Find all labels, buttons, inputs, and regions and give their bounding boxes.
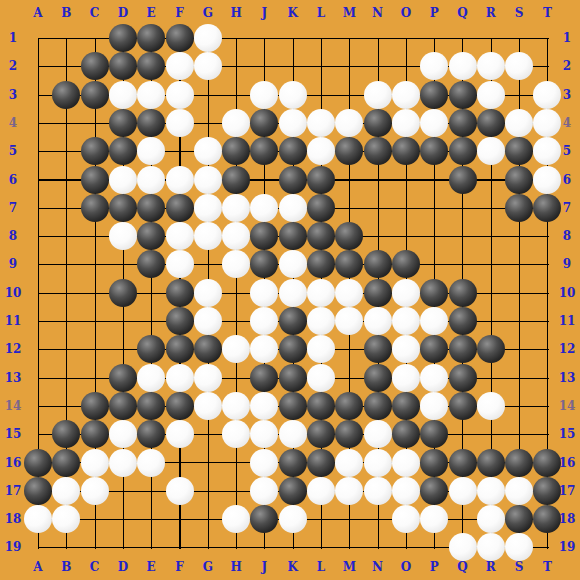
stone-D7-black xyxy=(109,194,137,222)
stone-F15-white xyxy=(166,420,194,448)
stone-G13-white xyxy=(194,364,222,392)
stone-K6-black xyxy=(279,166,307,194)
stone-K16-black xyxy=(279,449,307,477)
stone-H5-black xyxy=(222,137,250,165)
stone-M4-white xyxy=(335,109,363,137)
stone-H18-white xyxy=(222,505,250,533)
stone-F6-white xyxy=(166,166,194,194)
stone-S16-black xyxy=(505,449,533,477)
col-label-O: O xyxy=(401,561,411,573)
col-label-F: F xyxy=(175,561,184,573)
stone-M16-white xyxy=(335,449,363,477)
row-label-3: 3 xyxy=(9,89,17,101)
stone-T16-black xyxy=(533,449,561,477)
stone-H6-black xyxy=(222,166,250,194)
row-label-19: 19 xyxy=(5,541,22,553)
stone-T7-black xyxy=(533,194,561,222)
stone-N4-black xyxy=(364,109,392,137)
stone-H14-white xyxy=(222,392,250,420)
stone-N3-white xyxy=(364,81,392,109)
stone-D1-black xyxy=(109,24,137,52)
stone-Q17-white xyxy=(449,477,477,505)
stone-O17-white xyxy=(392,477,420,505)
stone-E6-white xyxy=(137,166,165,194)
stone-G14-white xyxy=(194,392,222,420)
stone-O11-white xyxy=(392,307,420,335)
stone-R17-white xyxy=(477,477,505,505)
row-label-2: 2 xyxy=(9,60,17,72)
stone-L5-white xyxy=(307,137,335,165)
stone-H12-white xyxy=(222,335,250,363)
stone-R2-white xyxy=(477,52,505,80)
col-label-A: A xyxy=(33,561,42,573)
row-label-19: 19 xyxy=(559,541,576,553)
stone-Q11-black xyxy=(449,307,477,335)
stone-Q4-black xyxy=(449,109,477,137)
stone-P17-black xyxy=(420,477,448,505)
stone-N15-white xyxy=(364,420,392,448)
stone-Q3-black xyxy=(449,81,477,109)
stone-J13-black xyxy=(250,364,278,392)
stone-K3-white xyxy=(279,81,307,109)
stone-D16-white xyxy=(109,449,137,477)
col-label-E: E xyxy=(147,7,156,19)
stone-M9-black xyxy=(335,250,363,278)
stone-G7-white xyxy=(194,194,222,222)
stone-J10-white xyxy=(250,279,278,307)
stone-O12-white xyxy=(392,335,420,363)
stone-N10-black xyxy=(364,279,392,307)
col-label-T: T xyxy=(543,7,552,19)
stone-M5-black xyxy=(335,137,363,165)
stone-J3-white xyxy=(250,81,278,109)
stone-R3-white xyxy=(477,81,505,109)
col-label-S: S xyxy=(515,7,524,19)
stone-O5-black xyxy=(392,137,420,165)
row-label-16: 16 xyxy=(5,457,22,469)
col-label-D: D xyxy=(118,7,128,19)
stone-S6-black xyxy=(505,166,533,194)
col-label-L: L xyxy=(317,7,325,19)
row-label-18: 18 xyxy=(5,513,22,525)
stone-M8-black xyxy=(335,222,363,250)
go-board[interactable]: AABBCCDDEEFFGGHHJJKKLLMMNNOOPPQQRRSSTT11… xyxy=(0,0,580,580)
row-label-6: 6 xyxy=(563,174,571,186)
stone-P14-white xyxy=(420,392,448,420)
row-label-8: 8 xyxy=(9,230,17,242)
stone-J15-white xyxy=(250,420,278,448)
stone-L17-white xyxy=(307,477,335,505)
stone-D3-white xyxy=(109,81,137,109)
stone-P3-black xyxy=(420,81,448,109)
stone-C3-black xyxy=(81,81,109,109)
row-label-17: 17 xyxy=(5,485,22,497)
stone-E13-white xyxy=(137,364,165,392)
stone-Q12-black xyxy=(449,335,477,363)
stone-E2-black xyxy=(137,52,165,80)
stone-R16-black xyxy=(477,449,505,477)
col-label-J: J xyxy=(262,7,268,19)
col-label-M: M xyxy=(343,561,356,573)
stone-S5-black xyxy=(505,137,533,165)
col-label-K: K xyxy=(287,561,297,573)
stone-D2-black xyxy=(109,52,137,80)
stone-P18-white xyxy=(420,505,448,533)
stone-H15-white xyxy=(222,420,250,448)
stone-C17-white xyxy=(81,477,109,505)
stone-N9-black xyxy=(364,250,392,278)
stone-C2-black xyxy=(81,52,109,80)
stone-Q5-black xyxy=(449,137,477,165)
stone-C14-black xyxy=(81,392,109,420)
stone-D4-black xyxy=(109,109,137,137)
row-label-1: 1 xyxy=(563,32,571,44)
row-label-5: 5 xyxy=(9,145,17,157)
row-label-12: 12 xyxy=(5,343,22,355)
stone-F1-black xyxy=(166,24,194,52)
stone-T4-white xyxy=(533,109,561,137)
stone-L15-black xyxy=(307,420,335,448)
row-label-8: 8 xyxy=(563,230,571,242)
stone-A18-white xyxy=(24,505,52,533)
stone-F12-black xyxy=(166,335,194,363)
stone-P11-white xyxy=(420,307,448,335)
stone-F14-black xyxy=(166,392,194,420)
col-label-D: D xyxy=(118,561,128,573)
stone-Q19-white xyxy=(449,533,477,561)
row-label-14: 14 xyxy=(5,400,22,412)
col-label-L: L xyxy=(317,561,325,573)
stone-J8-black xyxy=(250,222,278,250)
col-label-C: C xyxy=(90,561,100,573)
stone-G8-white xyxy=(194,222,222,250)
row-label-7: 7 xyxy=(563,202,571,214)
col-label-P: P xyxy=(430,7,439,19)
stone-H4-white xyxy=(222,109,250,137)
stone-O16-white xyxy=(392,449,420,477)
stone-E5-white xyxy=(137,137,165,165)
stone-J18-black xyxy=(250,505,278,533)
row-label-13: 13 xyxy=(559,372,576,384)
stone-H7-white xyxy=(222,194,250,222)
stone-K13-black xyxy=(279,364,307,392)
row-label-10: 10 xyxy=(559,287,576,299)
stone-M11-white xyxy=(335,307,363,335)
col-label-B: B xyxy=(61,561,71,573)
stone-S2-white xyxy=(505,52,533,80)
stone-G11-white xyxy=(194,307,222,335)
stone-L7-black xyxy=(307,194,335,222)
stone-M15-black xyxy=(335,420,363,448)
col-label-A: A xyxy=(33,7,42,19)
stone-S4-white xyxy=(505,109,533,137)
row-label-4: 4 xyxy=(9,117,17,129)
stone-O15-black xyxy=(392,420,420,448)
stone-G5-white xyxy=(194,137,222,165)
stone-J4-black xyxy=(250,109,278,137)
stone-M10-white xyxy=(335,279,363,307)
stone-L10-white xyxy=(307,279,335,307)
stone-F9-white xyxy=(166,250,194,278)
stone-P12-black xyxy=(420,335,448,363)
stone-S17-white xyxy=(505,477,533,505)
stone-K14-black xyxy=(279,392,307,420)
stone-E1-black xyxy=(137,24,165,52)
stone-L12-white xyxy=(307,335,335,363)
stone-F3-white xyxy=(166,81,194,109)
col-label-F: F xyxy=(175,7,184,19)
stone-C6-black xyxy=(81,166,109,194)
col-label-K: K xyxy=(287,7,297,19)
stone-S7-black xyxy=(505,194,533,222)
stone-E9-black xyxy=(137,250,165,278)
stone-Q13-black xyxy=(449,364,477,392)
stone-Q2-white xyxy=(449,52,477,80)
stone-P2-white xyxy=(420,52,448,80)
stone-J9-black xyxy=(250,250,278,278)
col-label-T: T xyxy=(543,561,552,573)
stone-J17-white xyxy=(250,477,278,505)
stone-D14-black xyxy=(109,392,137,420)
stone-N14-black xyxy=(364,392,392,420)
stone-N12-black xyxy=(364,335,392,363)
stone-L9-black xyxy=(307,250,335,278)
col-label-E: E xyxy=(147,561,156,573)
stone-J5-black xyxy=(250,137,278,165)
stone-O10-white xyxy=(392,279,420,307)
col-label-R: R xyxy=(486,7,496,19)
stone-E16-white xyxy=(137,449,165,477)
stone-Q14-black xyxy=(449,392,477,420)
stone-P10-black xyxy=(420,279,448,307)
stone-O13-white xyxy=(392,364,420,392)
stone-P4-white xyxy=(420,109,448,137)
stone-G1-white xyxy=(194,24,222,52)
stone-D13-black xyxy=(109,364,137,392)
stone-Q6-black xyxy=(449,166,477,194)
row-label-6: 6 xyxy=(9,174,17,186)
stone-N11-white xyxy=(364,307,392,335)
stone-T3-white xyxy=(533,81,561,109)
stone-J12-white xyxy=(250,335,278,363)
stone-L13-white xyxy=(307,364,335,392)
stone-K18-white xyxy=(279,505,307,533)
col-label-H: H xyxy=(230,561,241,573)
col-label-G: G xyxy=(203,561,213,573)
row-label-11: 11 xyxy=(5,315,22,327)
stone-P15-black xyxy=(420,420,448,448)
stone-G12-black xyxy=(194,335,222,363)
stone-A17-black xyxy=(24,477,52,505)
stone-F4-white xyxy=(166,109,194,137)
stone-D15-white xyxy=(109,420,137,448)
stone-K7-white xyxy=(279,194,307,222)
stone-T18-black xyxy=(533,505,561,533)
col-label-N: N xyxy=(372,561,383,573)
col-label-R: R xyxy=(486,561,496,573)
stone-O9-black xyxy=(392,250,420,278)
row-label-2: 2 xyxy=(563,60,571,72)
stone-J11-white xyxy=(250,307,278,335)
stone-N5-black xyxy=(364,137,392,165)
stone-B3-black xyxy=(52,81,80,109)
row-label-7: 7 xyxy=(9,202,17,214)
stone-T6-white xyxy=(533,166,561,194)
stone-K10-white xyxy=(279,279,307,307)
col-label-P: P xyxy=(430,561,439,573)
stone-J7-white xyxy=(250,194,278,222)
row-label-4: 4 xyxy=(563,117,571,129)
stone-G6-white xyxy=(194,166,222,194)
stone-F11-black xyxy=(166,307,194,335)
stone-L4-white xyxy=(307,109,335,137)
stone-L11-white xyxy=(307,307,335,335)
stone-D8-white xyxy=(109,222,137,250)
stone-K4-white xyxy=(279,109,307,137)
stone-B16-black xyxy=(52,449,80,477)
stone-D6-white xyxy=(109,166,137,194)
stone-E15-black xyxy=(137,420,165,448)
stone-C16-white xyxy=(81,449,109,477)
stone-C15-black xyxy=(81,420,109,448)
stone-F8-white xyxy=(166,222,194,250)
stone-L14-black xyxy=(307,392,335,420)
stone-T5-white xyxy=(533,137,561,165)
row-label-15: 15 xyxy=(5,428,22,440)
col-label-G: G xyxy=(203,7,213,19)
stone-K9-white xyxy=(279,250,307,278)
col-label-C: C xyxy=(90,7,100,19)
stone-N17-white xyxy=(364,477,392,505)
stone-J16-white xyxy=(250,449,278,477)
row-label-15: 15 xyxy=(559,428,576,440)
stone-D5-black xyxy=(109,137,137,165)
row-label-9: 9 xyxy=(9,258,17,270)
stone-N16-white xyxy=(364,449,392,477)
stone-E7-black xyxy=(137,194,165,222)
stone-B17-white xyxy=(52,477,80,505)
stone-S19-white xyxy=(505,533,533,561)
row-label-10: 10 xyxy=(5,287,22,299)
row-label-13: 13 xyxy=(5,372,22,384)
stone-J14-white xyxy=(250,392,278,420)
stone-M17-white xyxy=(335,477,363,505)
stone-Q16-black xyxy=(449,449,477,477)
stone-G10-white xyxy=(194,279,222,307)
stone-F7-black xyxy=(166,194,194,222)
col-label-O: O xyxy=(401,7,411,19)
stone-O3-white xyxy=(392,81,420,109)
stone-T17-black xyxy=(533,477,561,505)
stone-F10-black xyxy=(166,279,194,307)
stone-K12-black xyxy=(279,335,307,363)
col-label-J: J xyxy=(262,561,268,573)
stone-E4-black xyxy=(137,109,165,137)
stone-O18-white xyxy=(392,505,420,533)
stone-S18-black xyxy=(505,505,533,533)
stone-R19-white xyxy=(477,533,505,561)
stone-L8-black xyxy=(307,222,335,250)
col-label-Q: Q xyxy=(457,561,467,573)
col-label-M: M xyxy=(343,7,356,19)
stone-P5-black xyxy=(420,137,448,165)
stone-B18-white xyxy=(52,505,80,533)
col-label-H: H xyxy=(230,7,241,19)
stone-A16-black xyxy=(24,449,52,477)
stone-F2-white xyxy=(166,52,194,80)
stone-R18-white xyxy=(477,505,505,533)
stone-K15-white xyxy=(279,420,307,448)
stone-P16-black xyxy=(420,449,448,477)
stone-H9-white xyxy=(222,250,250,278)
stone-Q10-black xyxy=(449,279,477,307)
stone-N13-black xyxy=(364,364,392,392)
stone-L6-black xyxy=(307,166,335,194)
stone-C5-black xyxy=(81,137,109,165)
stone-K8-black xyxy=(279,222,307,250)
row-label-14: 14 xyxy=(559,400,576,412)
stone-P13-white xyxy=(420,364,448,392)
stone-F17-white xyxy=(166,477,194,505)
row-label-11: 11 xyxy=(559,315,576,327)
stone-E3-white xyxy=(137,81,165,109)
row-label-5: 5 xyxy=(563,145,571,157)
stone-G2-white xyxy=(194,52,222,80)
stone-O4-white xyxy=(392,109,420,137)
stone-L16-black xyxy=(307,449,335,477)
stone-H8-white xyxy=(222,222,250,250)
stone-B15-black xyxy=(52,420,80,448)
stone-M14-black xyxy=(335,392,363,420)
stone-R14-white xyxy=(477,392,505,420)
stone-K17-black xyxy=(279,477,307,505)
stone-F13-white xyxy=(166,364,194,392)
row-label-9: 9 xyxy=(563,258,571,270)
stone-E14-black xyxy=(137,392,165,420)
col-label-B: B xyxy=(61,7,71,19)
stone-D10-black xyxy=(109,279,137,307)
stone-K11-black xyxy=(279,307,307,335)
stone-R4-black xyxy=(477,109,505,137)
row-label-12: 12 xyxy=(559,343,576,355)
stone-E12-black xyxy=(137,335,165,363)
stone-R12-black xyxy=(477,335,505,363)
stone-E8-black xyxy=(137,222,165,250)
col-label-N: N xyxy=(372,7,383,19)
row-label-1: 1 xyxy=(9,32,17,44)
stone-R5-white xyxy=(477,137,505,165)
stone-K5-black xyxy=(279,137,307,165)
stone-O14-black xyxy=(392,392,420,420)
col-label-S: S xyxy=(515,561,524,573)
col-label-Q: Q xyxy=(457,7,467,19)
row-label-3: 3 xyxy=(563,89,571,101)
stone-C7-black xyxy=(81,194,109,222)
